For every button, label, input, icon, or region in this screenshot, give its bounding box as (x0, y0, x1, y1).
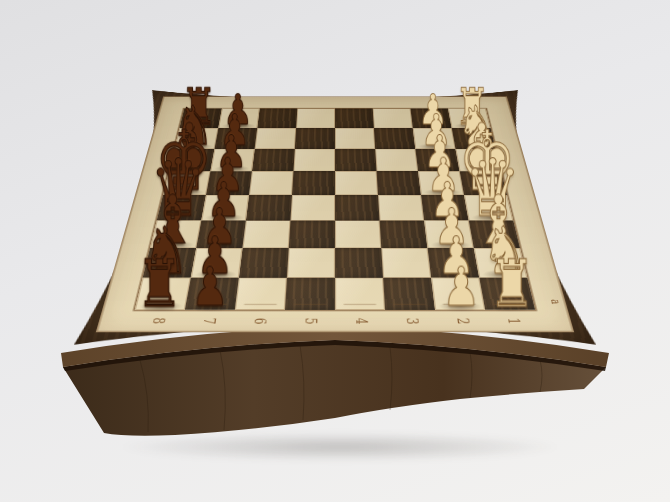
square-g3[interactable] (374, 128, 415, 149)
square-h3[interactable] (373, 109, 413, 129)
square-d6[interactable] (246, 195, 292, 221)
square-d3[interactable] (378, 195, 424, 221)
square-b6[interactable] (239, 248, 289, 278)
rank-label-4: 4 (344, 304, 378, 338)
piece-white-rook-a1[interactable]: ♜ (488, 252, 534, 314)
rank-label-3: 3 (393, 304, 429, 338)
square-e3[interactable] (377, 171, 421, 195)
rank-labels: 87654321 (129, 310, 540, 332)
square-f5[interactable] (293, 149, 335, 171)
square-f6[interactable] (252, 149, 295, 171)
file-label-a: a (548, 299, 564, 304)
square-a3[interactable] (383, 278, 435, 310)
square-g5[interactable] (295, 128, 335, 149)
piece-black-pawn-a7[interactable]: ♟ (191, 262, 229, 313)
square-d4[interactable] (335, 195, 380, 221)
square-f4[interactable] (335, 149, 377, 171)
square-e4[interactable] (335, 171, 378, 195)
board-border: ♜♟♟♜♞♟♟♞♝♟♟♝♚♟♟♚♛♟♟♛♝♟♟♝♞♟♟♞♜♟♟♜ 8765432… (96, 96, 574, 332)
square-e5[interactable] (292, 171, 335, 195)
rank-label-6: 6 (240, 304, 276, 338)
chess-set-scene: ♜♟♟♜♞♟♟♞♝♟♟♝♚♟♟♚♛♟♟♛♝♟♟♝♞♟♟♞♜♟♟♜ 8765432… (0, 0, 670, 502)
square-h6[interactable] (257, 109, 297, 129)
square-b5[interactable] (287, 248, 335, 278)
square-a1[interactable]: ♜ (479, 278, 535, 310)
square-d5[interactable] (290, 195, 335, 221)
piece-black-rook-a8[interactable]: ♜ (136, 252, 182, 314)
square-e6[interactable] (249, 171, 293, 195)
square-a7[interactable]: ♟ (185, 278, 239, 310)
photo-background: ♜♟♟♜♞♟♟♞♝♟♟♝♚♟♟♚♛♟♟♛♝♟♟♝♞♟♟♞♜♟♟♜ 8765432… (0, 0, 670, 502)
square-b4[interactable] (335, 248, 383, 278)
square-g6[interactable] (255, 128, 296, 149)
square-b3[interactable] (381, 248, 431, 278)
square-a5[interactable] (285, 278, 335, 310)
square-a8[interactable]: ♜ (135, 278, 191, 310)
square-h5[interactable] (296, 109, 335, 129)
square-f3[interactable] (375, 149, 418, 171)
rank-label-5: 5 (292, 304, 326, 338)
square-h4[interactable] (335, 109, 374, 129)
chess-board: ♜♟♟♜♞♟♟♞♝♟♟♝♚♟♟♚♛♟♟♛♝♟♟♝♞♟♟♞♜♟♟♜ 8765432… (74, 90, 596, 345)
square-a4[interactable] (335, 278, 385, 310)
piece-white-pawn-a2[interactable]: ♟ (442, 262, 480, 313)
board-grid: ♜♟♟♜♞♟♟♞♝♟♟♝♚♟♟♚♛♟♟♛♝♟♟♝♞♟♟♞♜♟♟♜ (135, 109, 535, 310)
square-a6[interactable] (235, 278, 287, 310)
square-g4[interactable] (335, 128, 375, 149)
square-a2[interactable]: ♟ (431, 278, 485, 310)
